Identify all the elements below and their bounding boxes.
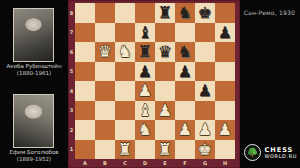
black-queen-piece[interactable]: ♛ — [158, 42, 172, 62]
square-h6[interactable] — [215, 42, 235, 62]
square-e8[interactable]: ♜ — [155, 3, 175, 23]
square-d2[interactable]: ♞ — [135, 120, 155, 140]
square-c1[interactable]: ♜ — [115, 140, 135, 160]
square-c4[interactable] — [115, 81, 135, 101]
square-c3[interactable] — [115, 101, 135, 121]
black-pawn-piece[interactable]: ♟ — [218, 23, 232, 43]
square-a5[interactable] — [75, 62, 95, 82]
file-label: F — [175, 159, 195, 168]
file-label: G — [195, 159, 215, 168]
square-b6[interactable]: ♛ — [95, 42, 115, 62]
rank-label: 7 — [68, 23, 75, 43]
rank-label: 3 — [68, 101, 75, 121]
square-e1[interactable]: ♜ — [155, 140, 175, 160]
white-pawn-piece[interactable]: ♟ — [138, 81, 152, 101]
square-d6[interactable]: ♜ — [135, 42, 155, 62]
black-pawn-piece[interactable]: ♟ — [198, 81, 212, 101]
square-c7[interactable] — [115, 23, 135, 43]
square-g1[interactable]: ♚ — [195, 140, 215, 160]
black-king-piece[interactable]: ♚ — [198, 3, 212, 23]
white-knight-piece[interactable]: ♞ — [118, 42, 132, 62]
player-years-bottom: (1889-1952) — [0, 156, 68, 163]
square-d1[interactable] — [135, 140, 155, 160]
square-e4[interactable] — [155, 81, 175, 101]
white-king-piece[interactable]: ♚ — [198, 140, 212, 160]
square-h3[interactable] — [215, 101, 235, 121]
black-knight-piece[interactable]: ♞ — [178, 42, 192, 62]
file-label: B — [95, 159, 115, 168]
black-bishop-piece[interactable]: ♝ — [138, 23, 152, 43]
white-knight-piece[interactable]: ♞ — [138, 120, 152, 140]
black-rook-piece[interactable]: ♜ — [138, 42, 152, 62]
square-b4[interactable] — [95, 81, 115, 101]
channel-logo: CHESS WORLD.RU — [244, 144, 297, 161]
file-label: H — [215, 159, 235, 168]
square-g4[interactable]: ♟ — [195, 81, 215, 101]
square-d8[interactable] — [135, 3, 155, 23]
white-queen-piece[interactable]: ♛ — [98, 42, 112, 62]
board-grid: ♜♞♚♝♟♛♞♜♛♞♟♟♟♟♝♟♞♟♟♟♜♜♚ — [75, 3, 235, 159]
square-h7[interactable]: ♟ — [215, 23, 235, 43]
rank-label: 8 — [68, 3, 75, 23]
square-a6[interactable] — [75, 42, 95, 62]
square-e3[interactable]: ♟ — [155, 101, 175, 121]
square-c8[interactable] — [115, 3, 135, 23]
player-caption-bottom: Ефим Боголюбов (1889-1952) — [0, 149, 68, 162]
square-f3[interactable] — [175, 101, 195, 121]
rank-label: 5 — [68, 62, 75, 82]
white-rook-piece[interactable]: ♜ — [118, 140, 132, 160]
square-b1[interactable] — [95, 140, 115, 160]
file-label: D — [135, 159, 155, 168]
file-label: A — [75, 159, 95, 168]
rank-label: 6 — [68, 42, 75, 62]
file-labels: ABCDEFGH — [75, 159, 235, 168]
file-label: E — [155, 159, 175, 168]
square-h8[interactable] — [215, 3, 235, 23]
player-caption-top: Акиба Рубинштейн (1880-1961) — [0, 63, 68, 76]
square-f1[interactable] — [175, 140, 195, 160]
white-pawn-piece[interactable]: ♟ — [218, 120, 232, 140]
square-a7[interactable] — [75, 23, 95, 43]
square-b2[interactable] — [95, 120, 115, 140]
player-years-top: (1880-1961) — [0, 70, 68, 77]
square-d3[interactable]: ♝ — [135, 101, 155, 121]
black-pawn-piece[interactable]: ♟ — [138, 62, 152, 82]
square-g8[interactable]: ♚ — [195, 3, 215, 23]
event-title: Сан-Ремо, 1930 — [244, 9, 295, 16]
square-c5[interactable] — [115, 62, 135, 82]
square-a2[interactable] — [75, 120, 95, 140]
player-photo-bottom — [13, 94, 54, 148]
square-f2[interactable]: ♟ — [175, 120, 195, 140]
square-f5[interactable]: ♟ — [175, 62, 195, 82]
square-a8[interactable] — [75, 3, 95, 23]
rank-labels: 87654321 — [68, 3, 75, 159]
square-a4[interactable] — [75, 81, 95, 101]
square-g3[interactable] — [195, 101, 215, 121]
white-pawn-piece[interactable]: ♟ — [198, 120, 212, 140]
square-b5[interactable] — [95, 62, 115, 82]
square-e7[interactable] — [155, 23, 175, 43]
chess-board: 87654321 ♜♞♚♝♟♛♞♜♛♞♟♟♟♟♝♟♞♟♟♟♜♜♚ ABCDEFG… — [68, 0, 240, 168]
square-a1[interactable] — [75, 140, 95, 160]
black-pawn-piece[interactable]: ♟ — [178, 62, 192, 82]
white-pawn-piece[interactable]: ♟ — [178, 120, 192, 140]
rank-label: 4 — [68, 81, 75, 101]
square-d5[interactable]: ♟ — [135, 62, 155, 82]
square-d7[interactable]: ♝ — [135, 23, 155, 43]
white-bishop-piece[interactable]: ♝ — [138, 101, 152, 121]
square-g5[interactable] — [195, 62, 215, 82]
square-h1[interactable] — [215, 140, 235, 160]
square-f8[interactable]: ♞ — [175, 3, 195, 23]
square-b7[interactable] — [95, 23, 115, 43]
white-pawn-piece[interactable]: ♟ — [158, 101, 172, 121]
player-name-bottom: Ефим Боголюбов — [0, 149, 68, 156]
square-f6[interactable]: ♞ — [175, 42, 195, 62]
square-f4[interactable] — [175, 81, 195, 101]
square-e5[interactable] — [155, 62, 175, 82]
square-g6[interactable] — [195, 42, 215, 62]
square-h2[interactable]: ♟ — [215, 120, 235, 140]
player-name-top: Акиба Рубинштейн — [0, 63, 68, 70]
file-label: C — [115, 159, 135, 168]
player-photo-top — [13, 8, 54, 62]
square-d4[interactable]: ♟ — [135, 81, 155, 101]
square-a3[interactable] — [75, 101, 95, 121]
black-rook-piece[interactable]: ♜ — [158, 3, 172, 23]
logo-line2: WORLD.RU — [264, 153, 297, 159]
square-b3[interactable] — [95, 101, 115, 121]
square-g2[interactable]: ♟ — [195, 120, 215, 140]
tree-icon — [244, 144, 261, 161]
square-e6[interactable]: ♛ — [155, 42, 175, 62]
square-h5[interactable] — [215, 62, 235, 82]
square-f7[interactable] — [175, 23, 195, 43]
square-g7[interactable] — [195, 23, 215, 43]
rank-label: 2 — [68, 120, 75, 140]
white-rook-piece[interactable]: ♜ — [158, 140, 172, 160]
black-knight-piece[interactable]: ♞ — [178, 3, 192, 23]
square-c6[interactable]: ♞ — [115, 42, 135, 62]
square-b8[interactable] — [95, 3, 115, 23]
square-e2[interactable] — [155, 120, 175, 140]
square-c2[interactable] — [115, 120, 135, 140]
square-h4[interactable] — [215, 81, 235, 101]
rank-label: 1 — [68, 140, 75, 160]
